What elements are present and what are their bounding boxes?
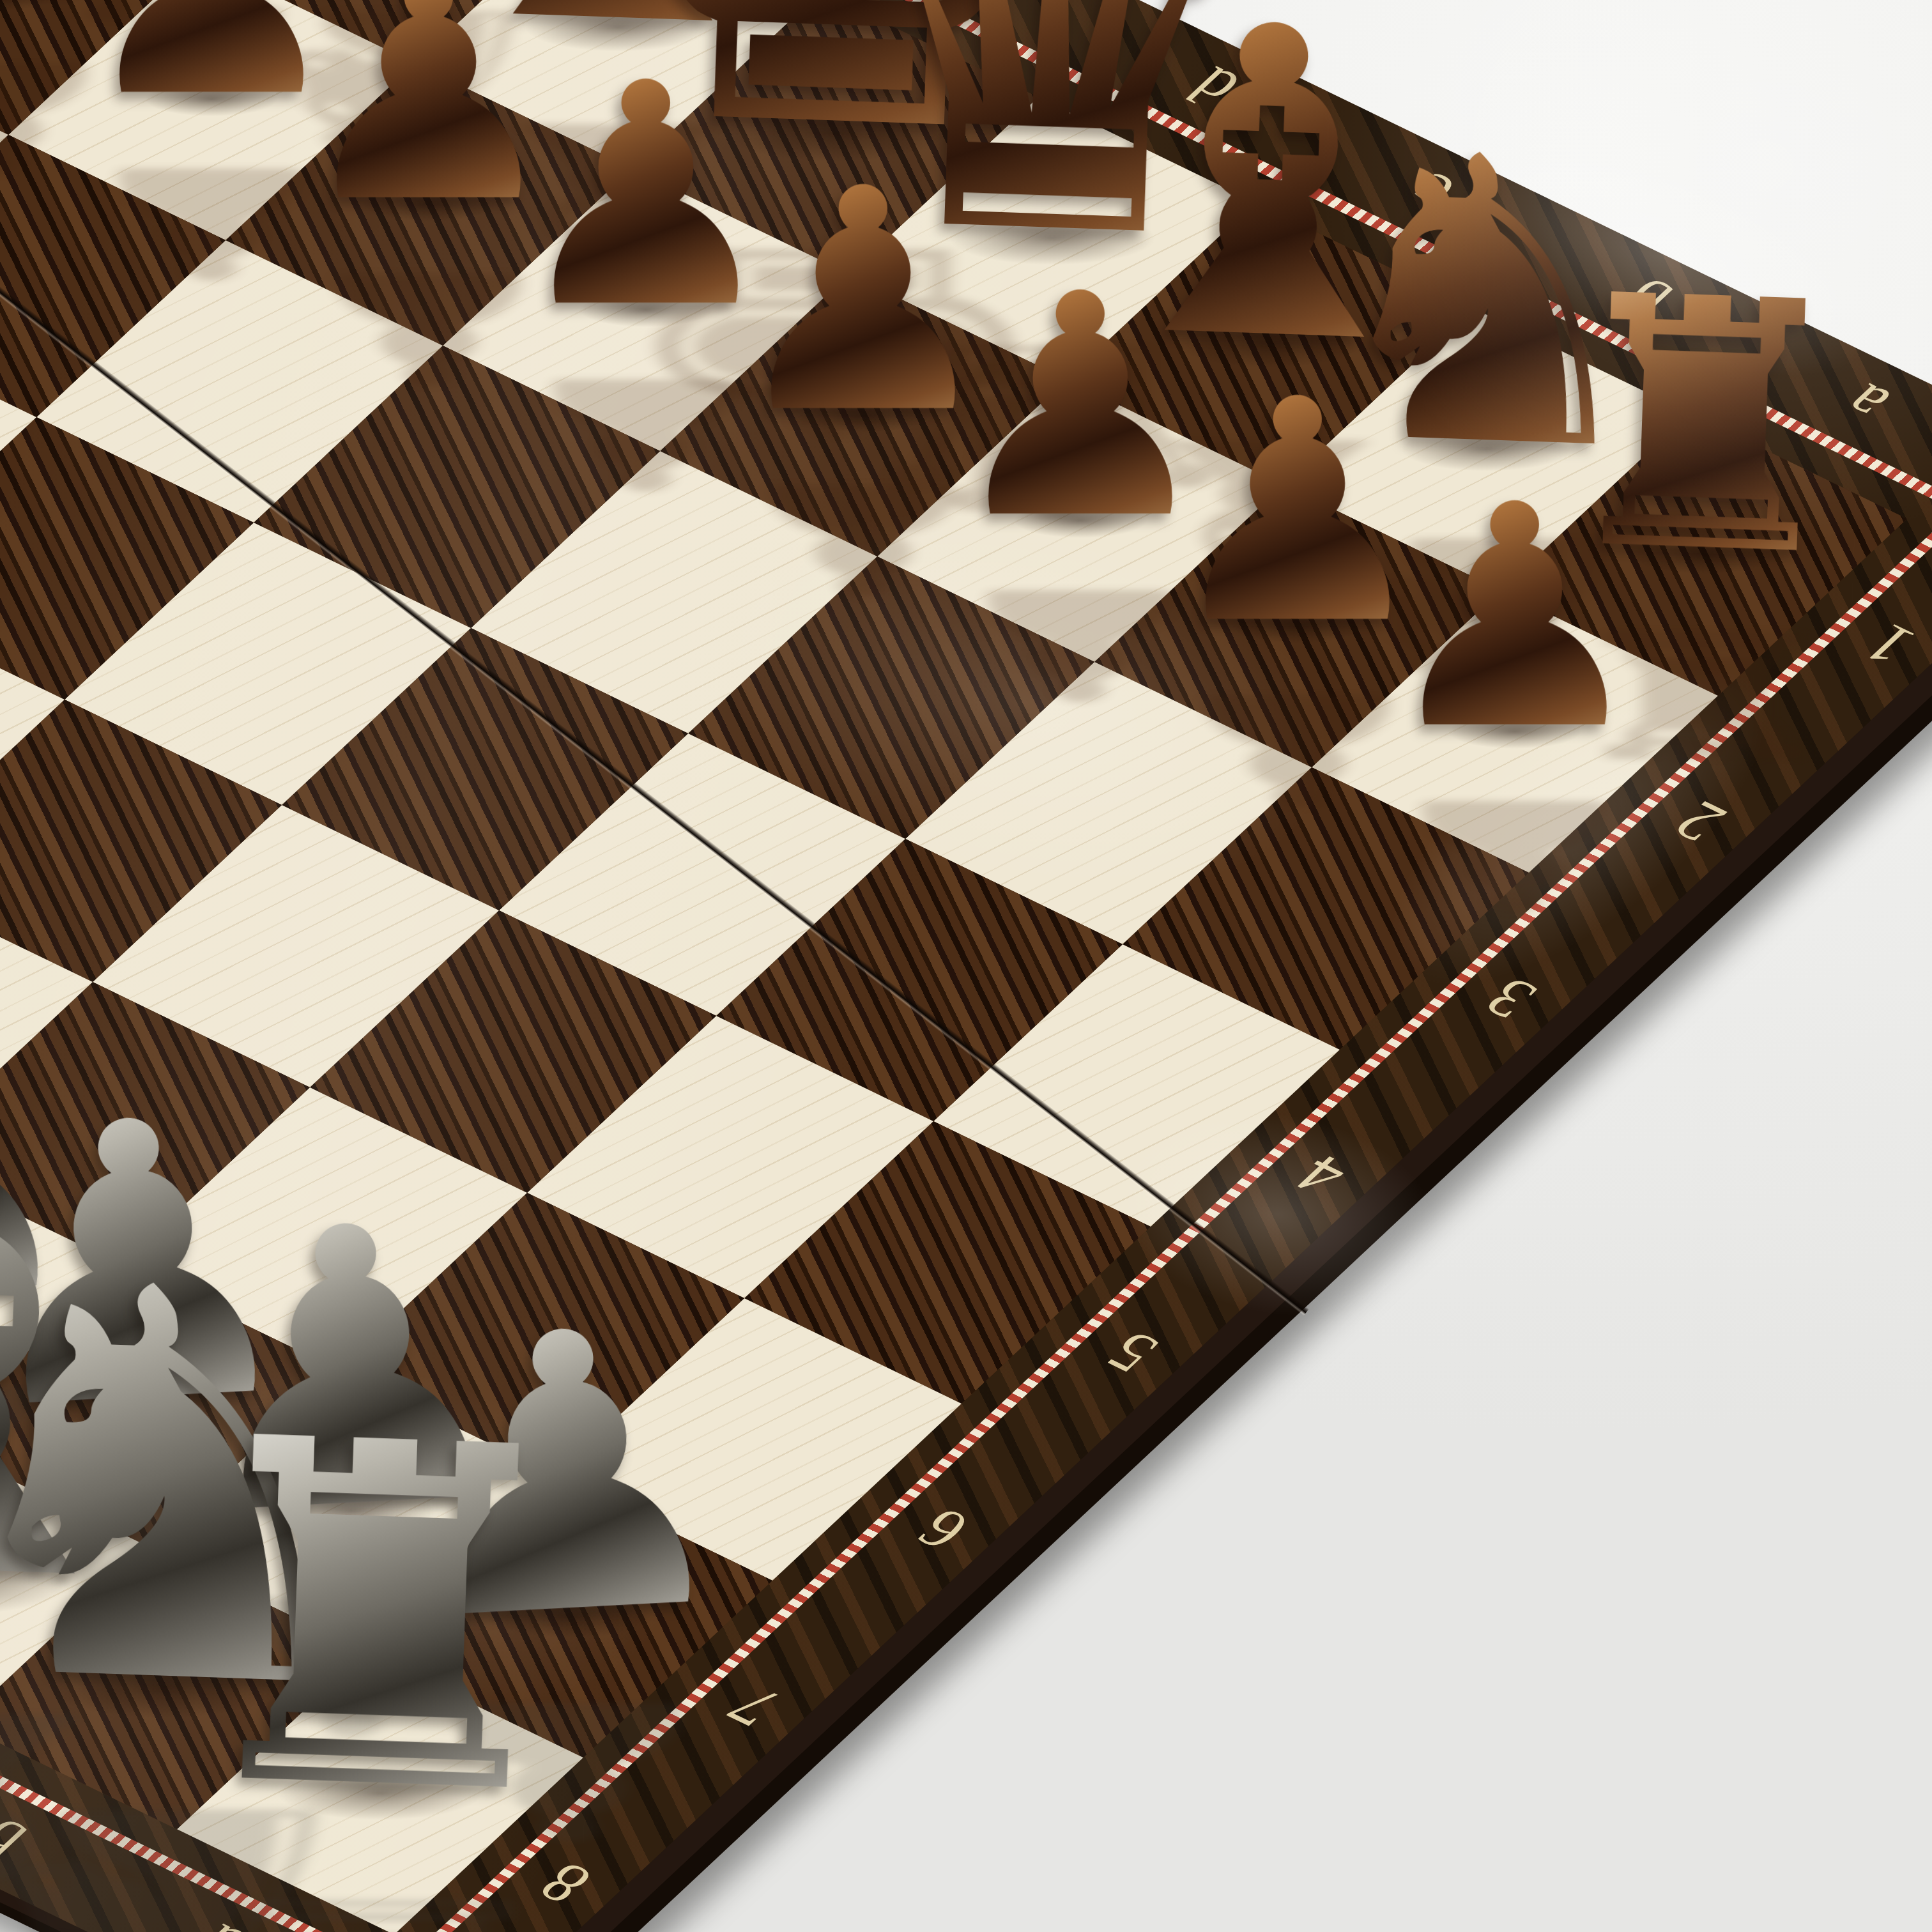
rank-label-2-filea-edge-text: 2 bbox=[1658, 788, 1742, 854]
photo-backdrop: aabbccddeeffgghh1122334455667788♜♜♞♞♝♝♚♚… bbox=[0, 0, 1932, 1932]
rank-label-3-filea-edge-text: 3 bbox=[1469, 965, 1552, 1031]
rank-label-1-filea-edge-text: 1 bbox=[1847, 611, 1931, 677]
piece-glyph-pawn: ♟ bbox=[1377, 464, 1652, 771]
chess-board: aabbccddeeffgghh1122334455667788♜♜♞♞♝♝♚♚… bbox=[0, 0, 1932, 1932]
rank-label-5-filea-edge-text: 5 bbox=[1091, 1319, 1174, 1385]
piece-gloss-reflection: ♟ bbox=[1377, 778, 1652, 931]
piece-glyph-rook: ♜ bbox=[161, 1377, 599, 1862]
rank-label-6-filea-edge-text: 6 bbox=[901, 1496, 985, 1562]
rank-label-4-filea-edge-text: 4 bbox=[1280, 1142, 1363, 1208]
